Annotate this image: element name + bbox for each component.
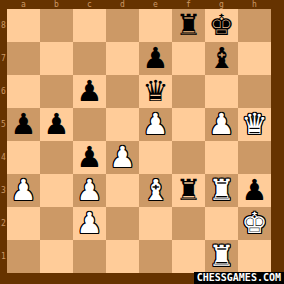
chess-diagram: abcdefgh 87654321 ♜♚♟♝♟♛♟♟♟♟♛♟♟♟♟♝♜♜♟♟♚♜… — [0, 0, 284, 284]
square-c4: ♟ — [73, 141, 106, 174]
square-f8: ♜ — [172, 9, 205, 42]
square-e3: ♝ — [139, 174, 172, 207]
square-c8 — [73, 9, 106, 42]
black-pawn-b5: ♟ — [44, 108, 70, 141]
black-queen-e6: ♛ — [143, 75, 169, 108]
white-pawn-c3: ♟ — [77, 174, 103, 207]
square-c7 — [73, 42, 106, 75]
square-d8 — [106, 9, 139, 42]
square-a4 — [7, 141, 40, 174]
rank-labels: 87654321 — [0, 9, 7, 273]
black-pawn-c6: ♟ — [77, 75, 103, 108]
square-c6: ♟ — [73, 75, 106, 108]
square-h3: ♟ — [238, 174, 271, 207]
square-h5: ♛ — [238, 108, 271, 141]
square-d2 — [106, 207, 139, 240]
white-king-h2: ♚ — [242, 207, 268, 240]
white-pawn-a3: ♟ — [11, 174, 37, 207]
square-a6 — [7, 75, 40, 108]
rank-label-6: 6 — [0, 75, 7, 108]
white-bishop-e3: ♝ — [143, 174, 169, 207]
file-label-g: g — [205, 0, 238, 9]
black-pawn-e7: ♟ — [143, 42, 169, 75]
square-b2 — [40, 207, 73, 240]
square-g8: ♚ — [205, 9, 238, 42]
square-g5: ♟ — [205, 108, 238, 141]
square-b7 — [40, 42, 73, 75]
white-pawn-d4: ♟ — [110, 141, 136, 174]
white-rook-g1: ♜ — [209, 240, 235, 273]
rank-label-3: 3 — [0, 174, 7, 207]
black-rook-f8: ♜ — [176, 9, 202, 42]
square-f4 — [172, 141, 205, 174]
square-a5: ♟ — [7, 108, 40, 141]
square-g1: ♜ — [205, 240, 238, 273]
square-g3: ♜ — [205, 174, 238, 207]
white-rook-g3: ♜ — [209, 174, 235, 207]
square-e2 — [139, 207, 172, 240]
square-a8 — [7, 9, 40, 42]
square-e5: ♟ — [139, 108, 172, 141]
black-pawn-c4: ♟ — [77, 141, 103, 174]
square-g6 — [205, 75, 238, 108]
square-f3: ♜ — [172, 174, 205, 207]
square-b5: ♟ — [40, 108, 73, 141]
square-c3: ♟ — [73, 174, 106, 207]
black-king-g8: ♚ — [209, 9, 235, 42]
black-pawn-a5: ♟ — [11, 108, 37, 141]
square-d5 — [106, 108, 139, 141]
square-b3 — [40, 174, 73, 207]
square-e1 — [139, 240, 172, 273]
square-e4 — [139, 141, 172, 174]
square-f6 — [172, 75, 205, 108]
file-label-c: c — [73, 0, 106, 9]
file-label-d: d — [106, 0, 139, 9]
white-pawn-e5: ♟ — [143, 108, 169, 141]
square-h4 — [238, 141, 271, 174]
rank-label-1: 1 — [0, 240, 7, 273]
rank-label-7: 7 — [0, 42, 7, 75]
square-c1 — [73, 240, 106, 273]
file-label-f: f — [172, 0, 205, 9]
square-f1 — [172, 240, 205, 273]
square-f2 — [172, 207, 205, 240]
square-d1 — [106, 240, 139, 273]
square-b1 — [40, 240, 73, 273]
white-pawn-g5: ♟ — [209, 108, 235, 141]
square-a3: ♟ — [7, 174, 40, 207]
rank-label-2: 2 — [0, 207, 7, 240]
square-c2: ♟ — [73, 207, 106, 240]
square-h1 — [238, 240, 271, 273]
rank-label-8: 8 — [0, 9, 7, 42]
square-h2: ♚ — [238, 207, 271, 240]
square-g7: ♝ — [205, 42, 238, 75]
watermark: CHESSGAMES.COM — [194, 272, 284, 284]
square-e6: ♛ — [139, 75, 172, 108]
square-f7 — [172, 42, 205, 75]
square-a2 — [7, 207, 40, 240]
file-labels: abcdefgh — [7, 0, 271, 9]
chess-board: ♜♚♟♝♟♛♟♟♟♟♛♟♟♟♟♝♜♜♟♟♚♜ — [7, 9, 271, 273]
square-e8 — [139, 9, 172, 42]
rank-label-4: 4 — [0, 141, 7, 174]
square-h8 — [238, 9, 271, 42]
square-b6 — [40, 75, 73, 108]
square-c5 — [73, 108, 106, 141]
black-pawn-h3: ♟ — [242, 174, 268, 207]
square-a7 — [7, 42, 40, 75]
white-pawn-c2: ♟ — [77, 207, 103, 240]
square-b4 — [40, 141, 73, 174]
black-rook-f3: ♜ — [176, 174, 202, 207]
file-label-e: e — [139, 0, 172, 9]
file-label-h: h — [238, 0, 271, 9]
square-h7 — [238, 42, 271, 75]
square-h6 — [238, 75, 271, 108]
square-d6 — [106, 75, 139, 108]
file-label-b: b — [40, 0, 73, 9]
black-bishop-g7: ♝ — [209, 42, 235, 75]
square-g2 — [205, 207, 238, 240]
square-d7 — [106, 42, 139, 75]
rank-label-5: 5 — [0, 108, 7, 141]
square-b8 — [40, 9, 73, 42]
square-f5 — [172, 108, 205, 141]
white-queen-h5: ♛ — [242, 108, 268, 141]
square-a1 — [7, 240, 40, 273]
square-d3 — [106, 174, 139, 207]
square-e7: ♟ — [139, 42, 172, 75]
square-d4: ♟ — [106, 141, 139, 174]
square-g4 — [205, 141, 238, 174]
file-label-a: a — [7, 0, 40, 9]
